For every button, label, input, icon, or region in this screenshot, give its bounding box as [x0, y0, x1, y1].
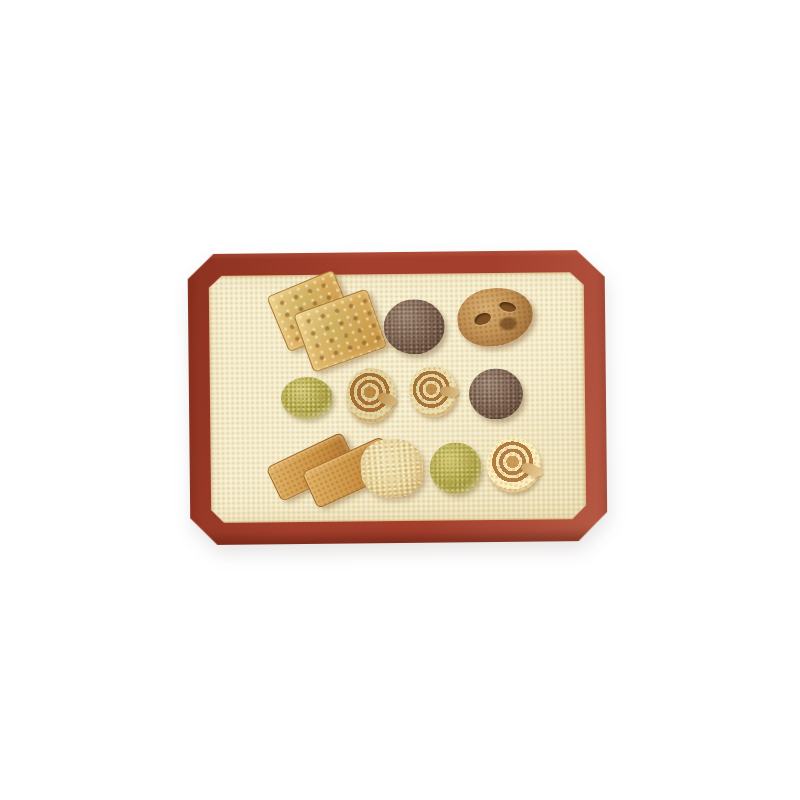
cookie-lumpy-cookie [358, 437, 424, 500]
cookie-chocolate-cookie-2 [469, 368, 524, 420]
baking-mat [187, 250, 607, 545]
cookie-green-cookie-2 [429, 442, 482, 495]
photo-stage [0, 0, 800, 800]
mat-scene [0, 0, 800, 800]
